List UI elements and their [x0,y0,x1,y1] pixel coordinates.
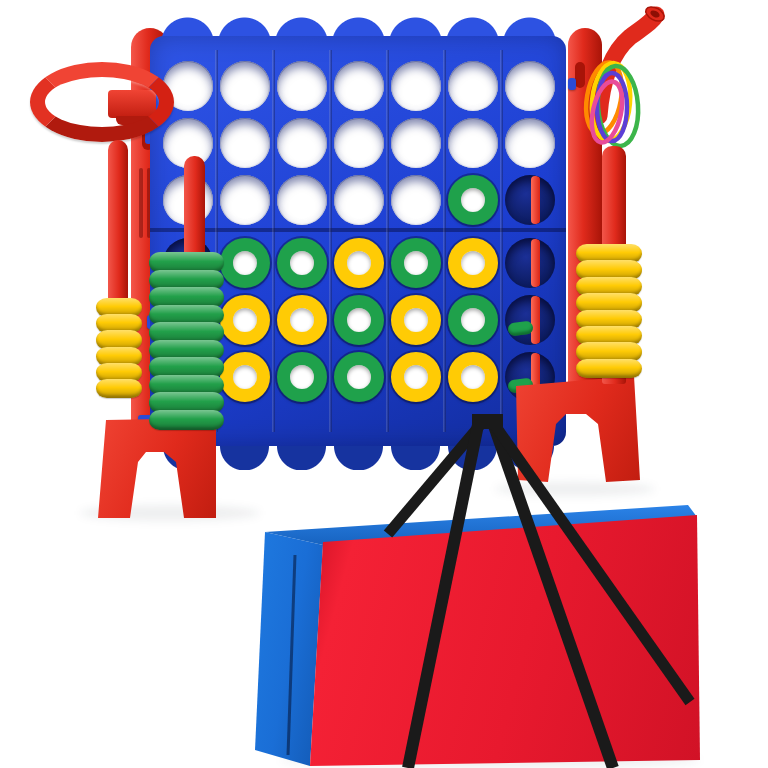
bag-strap [492,420,613,768]
bag-straps-graphic [0,0,768,768]
strap-knot [472,414,503,429]
giant-connect-four-product-photo [0,0,768,768]
bag-strap [494,424,690,702]
